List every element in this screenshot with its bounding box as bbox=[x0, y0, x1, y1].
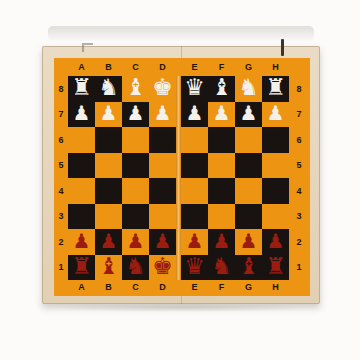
piece-white-pawn-h7[interactable]: ♟ bbox=[267, 103, 285, 123]
file-label-f: F bbox=[208, 282, 235, 292]
square-d3[interactable] bbox=[149, 204, 176, 230]
square-c3[interactable] bbox=[122, 204, 149, 230]
piece-red-knight-f1[interactable]: ♞ bbox=[211, 255, 232, 278]
piece-red-king-d1[interactable]: ♚ bbox=[152, 255, 173, 278]
square-a1[interactable]: ♜ bbox=[68, 255, 95, 281]
square-g8[interactable]: ♞ bbox=[235, 76, 262, 102]
square-a5[interactable] bbox=[68, 153, 95, 179]
square-g1[interactable]: ♝ bbox=[235, 255, 262, 281]
square-h8[interactable]: ♜ bbox=[262, 76, 289, 102]
piece-white-pawn-f7[interactable]: ♟ bbox=[213, 103, 231, 123]
rank-label-5: 5 bbox=[55, 153, 67, 179]
square-b1[interactable]: ♝ bbox=[95, 255, 122, 281]
square-c1[interactable]: ♞ bbox=[122, 255, 149, 281]
piece-red-bishop-g1[interactable]: ♝ bbox=[238, 255, 259, 278]
piece-white-pawn-b7[interactable]: ♟ bbox=[100, 103, 118, 123]
rank-label-8: 8 bbox=[293, 76, 305, 102]
file-label-g: G bbox=[235, 62, 262, 72]
square-e7[interactable]: ♟ bbox=[181, 102, 208, 128]
piece-white-pawn-g7[interactable]: ♟ bbox=[240, 103, 258, 123]
piece-white-knight-g8[interactable]: ♞ bbox=[238, 76, 259, 99]
piece-white-rook-h8[interactable]: ♜ bbox=[265, 76, 286, 99]
file-label-c: C bbox=[122, 62, 149, 72]
square-b7[interactable]: ♟ bbox=[95, 102, 122, 128]
square-h4[interactable] bbox=[262, 178, 289, 204]
square-h2[interactable]: ♟ bbox=[262, 229, 289, 255]
square-d2[interactable]: ♟ bbox=[149, 229, 176, 255]
square-e2[interactable]: ♟ bbox=[181, 229, 208, 255]
square-f8[interactable]: ♝ bbox=[208, 76, 235, 102]
file-label-e: E bbox=[181, 282, 208, 292]
piece-white-bishop-f8[interactable]: ♝ bbox=[211, 76, 232, 99]
square-a2[interactable]: ♟ bbox=[68, 229, 95, 255]
square-f3[interactable] bbox=[208, 204, 235, 230]
piece-white-pawn-a7[interactable]: ♟ bbox=[73, 103, 91, 123]
file-label-c: C bbox=[122, 282, 149, 292]
rank-label-7: 7 bbox=[55, 102, 67, 128]
chess-board: ♜♞♝♚♛♝♞♜♟♟♟♟♟♟♟♟♟♟♟♟♟♟♟♟♜♝♞♚♛♞♝♜ bbox=[68, 76, 289, 280]
square-c8[interactable]: ♝ bbox=[122, 76, 149, 102]
rank-label-4: 4 bbox=[293, 178, 305, 204]
square-b2[interactable]: ♟ bbox=[95, 229, 122, 255]
file-label-d: D bbox=[149, 282, 176, 292]
square-b5[interactable] bbox=[95, 153, 122, 179]
rank-label-8: 8 bbox=[55, 76, 67, 102]
square-c2[interactable]: ♟ bbox=[122, 229, 149, 255]
square-h3[interactable] bbox=[262, 204, 289, 230]
file-label-h: H bbox=[262, 62, 289, 72]
rank-label-5: 5 bbox=[293, 153, 305, 179]
square-f2[interactable]: ♟ bbox=[208, 229, 235, 255]
square-d6[interactable] bbox=[149, 127, 176, 153]
piece-white-pawn-c7[interactable]: ♟ bbox=[127, 103, 145, 123]
square-h7[interactable]: ♟ bbox=[262, 102, 289, 128]
square-e3[interactable] bbox=[181, 204, 208, 230]
square-h1[interactable]: ♜ bbox=[262, 255, 289, 281]
wall-shadow bbox=[48, 26, 314, 41]
square-d7[interactable]: ♟ bbox=[149, 102, 176, 128]
piece-red-pawn-c2[interactable]: ♟ bbox=[127, 231, 145, 251]
rank-label-4: 4 bbox=[55, 178, 67, 204]
square-b4[interactable] bbox=[95, 178, 122, 204]
square-a3[interactable] bbox=[68, 204, 95, 230]
left-hanger-hook-icon bbox=[82, 43, 93, 52]
square-c6[interactable] bbox=[122, 127, 149, 153]
piece-red-pawn-d2[interactable]: ♟ bbox=[154, 231, 172, 251]
piece-white-queen-e8[interactable]: ♛ bbox=[184, 76, 205, 99]
rank-label-7: 7 bbox=[293, 102, 305, 128]
square-g3[interactable] bbox=[235, 204, 262, 230]
square-c5[interactable] bbox=[122, 153, 149, 179]
piece-red-pawn-a2[interactable]: ♟ bbox=[73, 231, 91, 251]
rank-labels-right: 87654321 bbox=[293, 76, 305, 280]
square-a7[interactable]: ♟ bbox=[68, 102, 95, 128]
square-b6[interactable] bbox=[95, 127, 122, 153]
board-drop-shadow bbox=[52, 303, 312, 312]
piece-red-pawn-h2[interactable]: ♟ bbox=[267, 231, 285, 251]
square-e8[interactable]: ♛ bbox=[181, 76, 208, 102]
square-d8[interactable]: ♚ bbox=[149, 76, 176, 102]
square-a6[interactable] bbox=[68, 127, 95, 153]
file-label-a: A bbox=[68, 282, 95, 292]
square-g2[interactable]: ♟ bbox=[235, 229, 262, 255]
square-c7[interactable]: ♟ bbox=[122, 102, 149, 128]
right-hanger-pin-icon bbox=[281, 39, 284, 56]
square-b3[interactable] bbox=[95, 204, 122, 230]
square-e4[interactable] bbox=[181, 178, 208, 204]
piece-white-king-d8[interactable]: ♚ bbox=[152, 76, 173, 99]
square-f6[interactable] bbox=[208, 127, 235, 153]
piece-white-pawn-d7[interactable]: ♟ bbox=[154, 103, 172, 123]
piece-red-knight-c1[interactable]: ♞ bbox=[125, 255, 146, 278]
square-d1[interactable]: ♚ bbox=[149, 255, 176, 281]
square-e5[interactable] bbox=[181, 153, 208, 179]
square-g4[interactable] bbox=[235, 178, 262, 204]
square-h5[interactable] bbox=[262, 153, 289, 179]
square-h6[interactable] bbox=[262, 127, 289, 153]
piece-red-pawn-f2[interactable]: ♟ bbox=[213, 231, 231, 251]
rank-label-3: 3 bbox=[55, 204, 67, 230]
square-c4[interactable] bbox=[122, 178, 149, 204]
file-labels-bottom: ABCDEFGH bbox=[68, 282, 289, 292]
rank-label-1: 1 bbox=[55, 255, 67, 281]
file-label-d: D bbox=[149, 62, 176, 72]
file-label-g: G bbox=[235, 282, 262, 292]
rank-label-1: 1 bbox=[293, 255, 305, 281]
rank-labels-left: 87654321 bbox=[55, 76, 67, 280]
rank-label-3: 3 bbox=[293, 204, 305, 230]
square-d4[interactable] bbox=[149, 178, 176, 204]
piece-red-queen-e1[interactable]: ♛ bbox=[184, 255, 205, 278]
piece-white-knight-b8[interactable]: ♞ bbox=[98, 76, 119, 99]
square-f7[interactable]: ♟ bbox=[208, 102, 235, 128]
piece-red-rook-h1[interactable]: ♜ bbox=[265, 255, 286, 278]
rank-label-6: 6 bbox=[55, 127, 67, 153]
file-label-b: B bbox=[95, 62, 122, 72]
piece-red-pawn-g2[interactable]: ♟ bbox=[240, 231, 258, 251]
rank-label-2: 2 bbox=[55, 229, 67, 255]
piece-red-pawn-b2[interactable]: ♟ bbox=[100, 231, 118, 251]
piece-white-rook-a8[interactable]: ♜ bbox=[71, 76, 92, 99]
square-e6[interactable] bbox=[181, 127, 208, 153]
square-d5[interactable] bbox=[149, 153, 176, 179]
file-labels-top: ABCDEFGH bbox=[68, 62, 289, 72]
square-e1[interactable]: ♛ bbox=[181, 255, 208, 281]
piece-red-rook-a1[interactable]: ♜ bbox=[71, 255, 92, 278]
file-label-f: F bbox=[208, 62, 235, 72]
square-g7[interactable]: ♟ bbox=[235, 102, 262, 128]
piece-red-bishop-b1[interactable]: ♝ bbox=[98, 255, 119, 278]
file-label-b: B bbox=[95, 282, 122, 292]
piece-white-pawn-e7[interactable]: ♟ bbox=[186, 103, 204, 123]
piece-red-pawn-e2[interactable]: ♟ bbox=[186, 231, 204, 251]
square-f1[interactable]: ♞ bbox=[208, 255, 235, 281]
square-f5[interactable] bbox=[208, 153, 235, 179]
file-label-a: A bbox=[68, 62, 95, 72]
square-f4[interactable] bbox=[208, 178, 235, 204]
square-a8[interactable]: ♜ bbox=[68, 76, 95, 102]
square-b8[interactable]: ♞ bbox=[95, 76, 122, 102]
file-label-h: H bbox=[262, 282, 289, 292]
rank-label-2: 2 bbox=[293, 229, 305, 255]
rank-label-6: 6 bbox=[293, 127, 305, 153]
square-a4[interactable] bbox=[68, 178, 95, 204]
piece-white-bishop-c8[interactable]: ♝ bbox=[125, 76, 146, 99]
square-g5[interactable] bbox=[235, 153, 262, 179]
file-label-e: E bbox=[181, 62, 208, 72]
square-g6[interactable] bbox=[235, 127, 262, 153]
